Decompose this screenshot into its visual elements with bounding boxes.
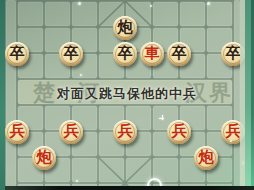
piece-face-ring — [115, 44, 135, 64]
bottom-dark-bar — [5, 186, 254, 190]
piece-black-soldier[interactable]: 卒 — [5, 42, 29, 66]
piece-character: 兵 — [59, 120, 83, 144]
piece-character: 卒 — [113, 42, 137, 66]
piece-face-ring — [169, 122, 189, 142]
piece-character: 炮 — [194, 146, 218, 170]
piece-face-ring — [61, 122, 81, 142]
piece-face-ring — [61, 44, 81, 64]
piece-black-soldier[interactable]: 卒 — [113, 42, 137, 66]
piece-face-ring — [142, 44, 162, 64]
piece-black-cannon[interactable]: 炮 — [113, 16, 137, 40]
xiangqi-board[interactable]: 楚河汉界 对面又跳马保他的中兵 炮卒卒卒卒卒車兵兵兵兵炮兵炮 — [0, 0, 254, 190]
piece-character: 兵 — [5, 120, 29, 144]
piece-character: 炮 — [113, 16, 137, 40]
piece-character: 車 — [140, 42, 164, 66]
piece-face-ring — [34, 148, 54, 168]
piece-character: 炮 — [32, 146, 56, 170]
piece-red-cannon[interactable]: 炮 — [194, 146, 218, 170]
piece-character: 卒 — [167, 42, 191, 66]
piece-face-ring — [7, 122, 27, 142]
piece-red-soldier[interactable]: 兵 — [59, 120, 83, 144]
piece-black-soldier[interactable]: 卒 — [59, 42, 83, 66]
piece-red-chariot[interactable]: 車 — [140, 42, 164, 66]
piece-red-soldier[interactable]: 兵 — [167, 120, 191, 144]
piece-red-soldier[interactable]: 兵 — [113, 120, 137, 144]
piece-character: 卒 — [5, 42, 29, 66]
commentary-subtitle: 对面又跳马保他的中兵 — [0, 85, 254, 103]
piece-face-ring — [196, 148, 216, 168]
piece-face-ring — [115, 18, 135, 38]
piece-character: 兵 — [113, 120, 137, 144]
board-frame-right-edge — [251, 0, 254, 190]
piece-red-soldier[interactable]: 兵 — [5, 120, 29, 144]
piece-face-ring — [169, 44, 189, 64]
piece-black-soldier[interactable]: 卒 — [167, 42, 191, 66]
piece-character: 兵 — [167, 120, 191, 144]
board-frame-left — [0, 0, 5, 190]
piece-character: 卒 — [59, 42, 83, 66]
piece-red-cannon[interactable]: 炮 — [32, 146, 56, 170]
piece-face-ring — [7, 44, 27, 64]
piece-face-ring — [115, 122, 135, 142]
